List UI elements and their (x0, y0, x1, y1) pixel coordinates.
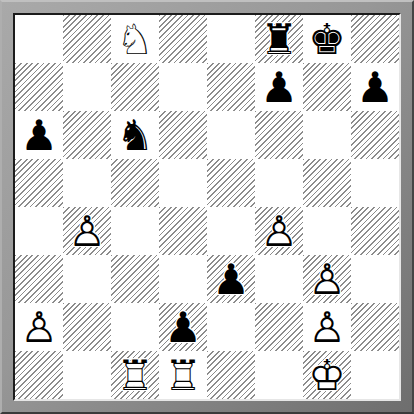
black-knight-icon: ♞ (111, 111, 159, 159)
white-pawn: ♟♙ (15, 303, 63, 351)
white-pawn-icon: ♙ (255, 207, 303, 255)
white-pawn-icon: ♙ (63, 207, 111, 255)
square-h4[interactable] (351, 207, 399, 255)
square-f3[interactable] (255, 255, 303, 303)
square-a4[interactable] (15, 207, 63, 255)
square-d6[interactable] (159, 111, 207, 159)
white-rook-icon: ♖ (159, 351, 207, 399)
square-b5[interactable] (63, 159, 111, 207)
black-pawn-icon: ♟ (351, 63, 399, 111)
square-b3[interactable] (63, 255, 111, 303)
square-c2[interactable] (111, 303, 159, 351)
white-rook: ♜♖ (111, 351, 159, 399)
square-f5[interactable] (255, 159, 303, 207)
square-b2[interactable] (63, 303, 111, 351)
square-c8[interactable]: ♞♘ (111, 15, 159, 63)
square-d8[interactable] (159, 15, 207, 63)
white-pawn: ♟♙ (255, 207, 303, 255)
square-h2[interactable] (351, 303, 399, 351)
square-a1[interactable] (15, 351, 63, 399)
square-h7[interactable]: ♟ (351, 63, 399, 111)
square-f7[interactable]: ♟ (255, 63, 303, 111)
square-d2[interactable]: ♟ (159, 303, 207, 351)
square-e3[interactable]: ♟ (207, 255, 255, 303)
square-f8[interactable]: ♜ (255, 15, 303, 63)
black-pawn-icon: ♟ (15, 111, 63, 159)
square-g3[interactable]: ♟♙ (303, 255, 351, 303)
black-knight: ♞ (111, 111, 159, 159)
square-g4[interactable] (303, 207, 351, 255)
square-c6[interactable]: ♞ (111, 111, 159, 159)
square-g2[interactable]: ♟♙ (303, 303, 351, 351)
square-e7[interactable] (207, 63, 255, 111)
square-g6[interactable] (303, 111, 351, 159)
square-a3[interactable] (15, 255, 63, 303)
square-b6[interactable] (63, 111, 111, 159)
black-pawn: ♟ (207, 255, 255, 303)
white-pawn: ♟♙ (303, 303, 351, 351)
square-a6[interactable]: ♟ (15, 111, 63, 159)
white-pawn: ♟♙ (63, 207, 111, 255)
white-pawn-icon: ♙ (15, 303, 63, 351)
square-d4[interactable] (159, 207, 207, 255)
square-h3[interactable] (351, 255, 399, 303)
square-d5[interactable] (159, 159, 207, 207)
square-h8[interactable] (351, 15, 399, 63)
square-g1[interactable]: ♚♔ (303, 351, 351, 399)
square-c4[interactable] (111, 207, 159, 255)
black-rook-icon: ♜ (255, 15, 303, 63)
black-pawn-icon: ♟ (255, 63, 303, 111)
white-king: ♚♔ (303, 351, 351, 399)
white-king-icon: ♔ (303, 351, 351, 399)
square-a8[interactable] (15, 15, 63, 63)
white-rook-icon: ♖ (111, 351, 159, 399)
square-a5[interactable] (15, 159, 63, 207)
white-knight-icon: ♘ (111, 15, 159, 63)
square-a2[interactable]: ♟♙ (15, 303, 63, 351)
white-knight: ♞♘ (111, 15, 159, 63)
black-king-icon: ♚ (303, 15, 351, 63)
black-pawn-icon: ♟ (207, 255, 255, 303)
square-f1[interactable] (255, 351, 303, 399)
black-pawn: ♟ (351, 63, 399, 111)
square-h6[interactable] (351, 111, 399, 159)
white-pawn: ♟♙ (303, 255, 351, 303)
chessboard-frame: ♞♘♜♚♟♟♟♞♟♙♟♙♟♟♙♟♙♟♟♙♜♖♜♖♚♔ (0, 0, 414, 414)
white-rook: ♜♖ (159, 351, 207, 399)
square-f2[interactable] (255, 303, 303, 351)
square-h5[interactable] (351, 159, 399, 207)
square-d3[interactable] (159, 255, 207, 303)
square-g7[interactable] (303, 63, 351, 111)
square-e1[interactable] (207, 351, 255, 399)
square-d1[interactable]: ♜♖ (159, 351, 207, 399)
black-pawn: ♟ (159, 303, 207, 351)
black-king: ♚ (303, 15, 351, 63)
square-c5[interactable] (111, 159, 159, 207)
black-rook: ♜ (255, 15, 303, 63)
square-e8[interactable] (207, 15, 255, 63)
square-b8[interactable] (63, 15, 111, 63)
square-c7[interactable] (111, 63, 159, 111)
black-pawn: ♟ (255, 63, 303, 111)
square-b7[interactable] (63, 63, 111, 111)
black-pawn-icon: ♟ (159, 303, 207, 351)
square-b4[interactable]: ♟♙ (63, 207, 111, 255)
square-g8[interactable]: ♚ (303, 15, 351, 63)
square-g5[interactable] (303, 159, 351, 207)
square-a7[interactable] (15, 63, 63, 111)
board-bevel: ♞♘♜♚♟♟♟♞♟♙♟♙♟♟♙♟♙♟♟♙♜♖♜♖♚♔ (13, 13, 401, 401)
square-d7[interactable] (159, 63, 207, 111)
square-f6[interactable] (255, 111, 303, 159)
square-f4[interactable]: ♟♙ (255, 207, 303, 255)
square-h1[interactable] (351, 351, 399, 399)
white-pawn-icon: ♙ (303, 255, 351, 303)
square-e4[interactable] (207, 207, 255, 255)
black-pawn: ♟ (15, 111, 63, 159)
square-c3[interactable] (111, 255, 159, 303)
square-b1[interactable] (63, 351, 111, 399)
square-c1[interactable]: ♜♖ (111, 351, 159, 399)
square-e2[interactable] (207, 303, 255, 351)
chess-board: ♞♘♜♚♟♟♟♞♟♙♟♙♟♟♙♟♙♟♟♙♜♖♜♖♚♔ (15, 15, 399, 399)
square-e5[interactable] (207, 159, 255, 207)
square-e6[interactable] (207, 111, 255, 159)
white-pawn-icon: ♙ (303, 303, 351, 351)
